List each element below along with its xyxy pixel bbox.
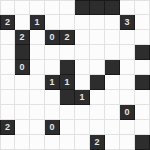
cell-r0c4[interactable] (60, 0, 75, 15)
clue-digit: 1 (64, 78, 69, 87)
clue-digit: 2 (5, 123, 10, 132)
cell-r8c8[interactable] (120, 120, 135, 135)
clue-digit: 0 (49, 33, 54, 42)
cell-r8c2[interactable] (30, 120, 45, 135)
cell-r4c2[interactable] (30, 60, 45, 75)
cell-r5c9[interactable] (135, 75, 150, 90)
cell-r3c4[interactable] (60, 45, 75, 60)
cell-r7c7[interactable] (105, 105, 120, 120)
cell-r6c9[interactable] (135, 90, 150, 105)
cell-r9c9[interactable] (135, 135, 150, 150)
cell-r2c9[interactable] (135, 30, 150, 45)
cell-r6c1[interactable] (15, 90, 30, 105)
cell-r9c1[interactable] (15, 135, 30, 150)
cell-r4c0[interactable] (0, 60, 15, 75)
clue-digit: 2 (94, 138, 99, 147)
cell-r9c5[interactable] (75, 135, 90, 150)
clue-digit: 1 (49, 78, 54, 87)
cell-r7c2[interactable] (30, 105, 45, 120)
cell-r6c3[interactable] (45, 90, 60, 105)
cell-r0c6[interactable] (90, 0, 105, 15)
cell-r1c6[interactable] (90, 15, 105, 30)
cell-r6c8[interactable] (120, 90, 135, 105)
cell-r7c4[interactable] (60, 105, 75, 120)
cell-r1c4[interactable] (60, 15, 75, 30)
cell-r4c3[interactable] (45, 60, 60, 75)
cell-r8c0[interactable]: 2 (0, 120, 15, 135)
cell-r9c8[interactable] (120, 135, 135, 150)
cell-r3c2[interactable] (30, 45, 45, 60)
cell-r9c6[interactable]: 2 (90, 135, 105, 150)
cell-r7c5[interactable] (75, 105, 90, 120)
cell-r8c1[interactable] (15, 120, 30, 135)
cell-r0c7[interactable] (105, 0, 120, 15)
clue-digit: 2 (5, 18, 10, 27)
cell-r2c3[interactable]: 0 (45, 30, 60, 45)
clue-digit: 0 (124, 108, 129, 117)
cell-r0c9[interactable] (135, 0, 150, 15)
cell-r9c0[interactable] (0, 135, 15, 150)
cell-r6c6[interactable] (90, 90, 105, 105)
cell-r7c3[interactable] (45, 105, 60, 120)
cell-r9c3[interactable] (45, 135, 60, 150)
cell-r6c7[interactable] (105, 90, 120, 105)
cell-r5c4[interactable]: 1 (60, 75, 75, 90)
cell-r5c7[interactable] (105, 75, 120, 90)
cell-r2c8[interactable] (120, 30, 135, 45)
clue-digit: 2 (19, 33, 24, 42)
clue-digit: 0 (19, 63, 24, 72)
cell-r2c0[interactable] (0, 30, 15, 45)
cell-r7c6[interactable] (90, 105, 105, 120)
clue-digit: 2 (64, 33, 69, 42)
clue-digit: 1 (79, 93, 84, 102)
cell-r5c2[interactable] (30, 75, 45, 90)
cell-r2c5[interactable] (75, 30, 90, 45)
cell-r1c1[interactable] (15, 15, 30, 30)
cell-r0c5[interactable] (75, 0, 90, 15)
cell-r9c4[interactable] (60, 135, 75, 150)
cell-r4c1[interactable]: 0 (15, 60, 30, 75)
cell-r3c6[interactable] (90, 45, 105, 60)
cell-r3c7[interactable] (105, 45, 120, 60)
cell-r2c2[interactable] (30, 30, 45, 45)
cell-r2c4[interactable]: 2 (60, 30, 75, 45)
cell-r1c2[interactable]: 1 (30, 15, 45, 30)
puzzle-board: 21320201110202 (0, 0, 150, 150)
cell-r5c1[interactable] (15, 75, 30, 90)
cell-r5c0[interactable] (0, 75, 15, 90)
cell-r4c8[interactable] (120, 60, 135, 75)
cell-r2c7[interactable] (105, 30, 120, 45)
cell-r3c0[interactable] (0, 45, 15, 60)
cell-r6c2[interactable] (30, 90, 45, 105)
cell-r4c4[interactable] (60, 60, 75, 75)
cell-r4c5[interactable] (75, 60, 90, 75)
cell-r5c6[interactable] (90, 75, 105, 90)
cell-r6c4[interactable] (60, 90, 75, 105)
cell-r8c4[interactable] (60, 120, 75, 135)
cell-r1c8[interactable]: 3 (120, 15, 135, 30)
clue-digit: 3 (124, 18, 129, 27)
cell-r5c5[interactable] (75, 75, 90, 90)
cell-r1c5[interactable] (75, 15, 90, 30)
cell-r0c3[interactable] (45, 0, 60, 15)
cell-r6c0[interactable] (0, 90, 15, 105)
cell-r7c0[interactable] (0, 105, 15, 120)
cell-r3c8[interactable] (120, 45, 135, 60)
cell-r8c5[interactable] (75, 120, 90, 135)
cell-r3c1[interactable] (15, 45, 30, 60)
cell-r6c5[interactable]: 1 (75, 90, 90, 105)
cell-r9c7[interactable] (105, 135, 120, 150)
cell-r0c1[interactable] (15, 0, 30, 15)
cell-r1c3[interactable] (45, 15, 60, 30)
cell-r7c8[interactable]: 0 (120, 105, 135, 120)
cell-r3c3[interactable] (45, 45, 60, 60)
cell-r1c0[interactable]: 2 (0, 15, 15, 30)
cell-r7c1[interactable] (15, 105, 30, 120)
cell-r4c9[interactable] (135, 60, 150, 75)
cell-r8c9[interactable] (135, 120, 150, 135)
clue-digit: 0 (49, 123, 54, 132)
cell-r4c7[interactable] (105, 60, 120, 75)
cell-r8c7[interactable] (105, 120, 120, 135)
cell-r0c8[interactable] (120, 0, 135, 15)
cell-r9c2[interactable] (30, 135, 45, 150)
cell-r4c6[interactable] (90, 60, 105, 75)
cell-r2c6[interactable] (90, 30, 105, 45)
cell-r0c0[interactable] (0, 0, 15, 15)
cell-r5c3[interactable]: 1 (45, 75, 60, 90)
cell-r0c2[interactable] (30, 0, 45, 15)
cell-r8c6[interactable] (90, 120, 105, 135)
cell-r2c1[interactable]: 2 (15, 30, 30, 45)
cell-r3c9[interactable] (135, 45, 150, 60)
cell-r8c3[interactable]: 0 (45, 120, 60, 135)
cell-r5c8[interactable] (120, 75, 135, 90)
cell-r7c9[interactable] (135, 105, 150, 120)
clue-digit: 1 (34, 18, 39, 27)
cell-r1c7[interactable] (105, 15, 120, 30)
cell-r1c9[interactable] (135, 15, 150, 30)
cell-r3c5[interactable] (75, 45, 90, 60)
